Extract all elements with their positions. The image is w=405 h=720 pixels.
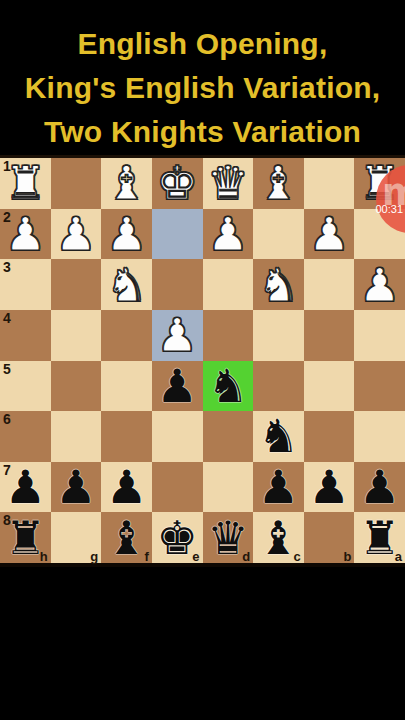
chess-board: 1♜♝♚♛♝♜2♟♟♟♟♟3♞♞♟4♟5♟♞6♞7♟♟♟♟♟♟8h♜gf♝e♚d… xyxy=(0,155,405,567)
white-bishop[interactable]: ♝ xyxy=(106,160,147,206)
rank-label-6: 6 xyxy=(3,411,11,427)
square-h3[interactable]: 3 xyxy=(0,259,51,310)
square-g4[interactable] xyxy=(51,310,102,361)
square-c7[interactable]: ♟ xyxy=(253,462,304,513)
square-g3[interactable] xyxy=(51,259,102,310)
square-b6[interactable] xyxy=(304,411,355,462)
file-label-c: c xyxy=(294,549,301,564)
square-a4[interactable] xyxy=(354,310,405,361)
square-h6[interactable]: 6 xyxy=(0,411,51,462)
black-pawn[interactable]: ♟ xyxy=(359,464,400,510)
black-knight[interactable]: ♞ xyxy=(258,413,299,459)
white-pawn[interactable]: ♟ xyxy=(157,312,198,358)
square-h8[interactable]: 8h♜ xyxy=(0,512,51,563)
black-pawn[interactable]: ♟ xyxy=(157,363,198,409)
square-d2[interactable]: ♟ xyxy=(203,209,254,260)
square-e5[interactable]: ♟ xyxy=(152,361,203,412)
white-pawn[interactable]: ♟ xyxy=(207,211,248,257)
white-bishop[interactable]: ♝ xyxy=(258,160,299,206)
square-d6[interactable] xyxy=(203,411,254,462)
file-label-g: g xyxy=(90,549,98,564)
square-a8[interactable]: a♜ xyxy=(354,512,405,563)
square-a3[interactable]: ♟ xyxy=(354,259,405,310)
title-line-3: Two Knights Variation xyxy=(0,110,405,154)
white-knight[interactable]: ♞ xyxy=(258,262,299,308)
square-e3[interactable] xyxy=(152,259,203,310)
square-g6[interactable] xyxy=(51,411,102,462)
square-c2[interactable] xyxy=(253,209,304,260)
square-b1[interactable] xyxy=(304,158,355,209)
file-label-f: f xyxy=(145,549,149,564)
square-d8[interactable]: d♛ xyxy=(203,512,254,563)
rank-label-5: 5 xyxy=(3,361,11,377)
square-f4[interactable] xyxy=(101,310,152,361)
square-b8[interactable]: b xyxy=(304,512,355,563)
square-c1[interactable]: ♝ xyxy=(253,158,304,209)
square-b3[interactable] xyxy=(304,259,355,310)
rank-label-1: 1 xyxy=(3,158,11,174)
square-f7[interactable]: ♟ xyxy=(101,462,152,513)
white-pawn[interactable]: ♟ xyxy=(308,211,349,257)
white-pawn[interactable]: ♟ xyxy=(106,211,147,257)
rank-label-4: 4 xyxy=(3,310,11,326)
square-h1[interactable]: 1♜ xyxy=(0,158,51,209)
square-e6[interactable] xyxy=(152,411,203,462)
recording-timer: 00:31 xyxy=(375,203,403,216)
square-f5[interactable] xyxy=(101,361,152,412)
square-f6[interactable] xyxy=(101,411,152,462)
file-label-d: d xyxy=(242,549,250,564)
square-d5[interactable]: ♞ xyxy=(203,361,254,412)
square-h7[interactable]: 7♟ xyxy=(0,462,51,513)
white-queen[interactable]: ♛ xyxy=(207,160,248,206)
square-c3[interactable]: ♞ xyxy=(253,259,304,310)
file-label-h: h xyxy=(40,549,48,564)
square-c8[interactable]: c♝ xyxy=(253,512,304,563)
square-e7[interactable] xyxy=(152,462,203,513)
black-knight[interactable]: ♞ xyxy=(207,363,248,409)
square-g8[interactable]: g xyxy=(51,512,102,563)
square-h4[interactable]: 4 xyxy=(0,310,51,361)
square-d1[interactable]: ♛ xyxy=(203,158,254,209)
square-a5[interactable] xyxy=(354,361,405,412)
file-label-e: e xyxy=(192,549,199,564)
square-d7[interactable] xyxy=(203,462,254,513)
square-c6[interactable]: ♞ xyxy=(253,411,304,462)
square-h5[interactable]: 5 xyxy=(0,361,51,412)
square-a7[interactable]: ♟ xyxy=(354,462,405,513)
square-f8[interactable]: f♝ xyxy=(101,512,152,563)
square-g5[interactable] xyxy=(51,361,102,412)
white-pawn[interactable]: ♟ xyxy=(359,262,400,308)
square-e8[interactable]: e♚ xyxy=(152,512,203,563)
square-c5[interactable] xyxy=(253,361,304,412)
white-pawn[interactable]: ♟ xyxy=(55,211,96,257)
black-pawn[interactable]: ♟ xyxy=(308,464,349,510)
file-label-a: a xyxy=(395,549,402,564)
square-b7[interactable]: ♟ xyxy=(304,462,355,513)
square-g1[interactable] xyxy=(51,158,102,209)
white-king[interactable]: ♚ xyxy=(157,160,198,206)
rank-label-7: 7 xyxy=(3,462,11,478)
rank-label-2: 2 xyxy=(3,209,11,225)
square-a6[interactable] xyxy=(354,411,405,462)
square-f2[interactable]: ♟ xyxy=(101,209,152,260)
black-pawn[interactable]: ♟ xyxy=(258,464,299,510)
title-line-1: English Opening, xyxy=(0,22,405,66)
black-pawn[interactable]: ♟ xyxy=(55,464,96,510)
video-title: English Opening, King's English Variatio… xyxy=(0,22,405,154)
black-pawn[interactable]: ♟ xyxy=(106,464,147,510)
square-f3[interactable]: ♞ xyxy=(101,259,152,310)
square-b2[interactable]: ♟ xyxy=(304,209,355,260)
square-e4[interactable]: ♟ xyxy=(152,310,203,361)
square-h2[interactable]: 2♟ xyxy=(0,209,51,260)
square-e1[interactable]: ♚ xyxy=(152,158,203,209)
black-bishop[interactable]: ♝ xyxy=(106,515,147,561)
title-line-2: King's English Variation, xyxy=(0,66,405,110)
square-d4[interactable] xyxy=(203,310,254,361)
white-knight[interactable]: ♞ xyxy=(106,262,147,308)
rank-label-3: 3 xyxy=(3,259,11,275)
square-d3[interactable] xyxy=(203,259,254,310)
square-e2[interactable] xyxy=(152,209,203,260)
square-b5[interactable] xyxy=(304,361,355,412)
square-b4[interactable] xyxy=(304,310,355,361)
rank-label-8: 8 xyxy=(3,512,11,528)
file-label-b: b xyxy=(343,549,351,564)
square-c4[interactable] xyxy=(253,310,304,361)
square-f1[interactable]: ♝ xyxy=(101,158,152,209)
square-g7[interactable]: ♟ xyxy=(51,462,102,513)
square-g2[interactable]: ♟ xyxy=(51,209,102,260)
